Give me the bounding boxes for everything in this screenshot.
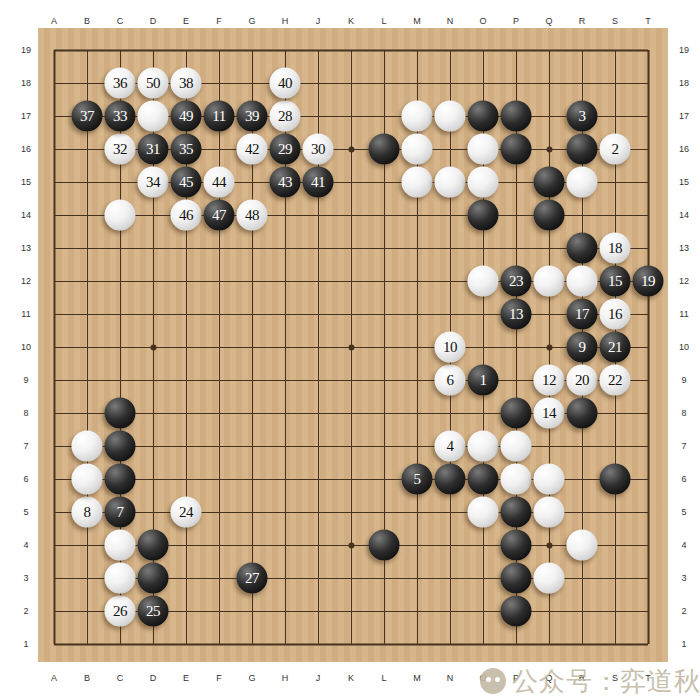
move-number: 37 xyxy=(80,109,94,124)
move-number: 39 xyxy=(245,109,259,124)
stone-black: 5 xyxy=(402,464,433,495)
coordinate-label: 1 xyxy=(23,640,28,649)
stone-white xyxy=(435,167,466,198)
stone-black xyxy=(534,200,565,231)
stone-white: 22 xyxy=(600,365,631,396)
coordinate-label: P xyxy=(513,674,519,683)
coordinate-label: 3 xyxy=(23,574,28,583)
stone-white: 16 xyxy=(600,299,631,330)
coordinate-label: R xyxy=(579,674,586,683)
move-number: 19 xyxy=(641,274,655,289)
move-number: 10 xyxy=(443,340,457,355)
coordinate-label: L xyxy=(381,17,386,26)
coordinate-label: 15 xyxy=(21,178,31,187)
coordinate-label: D xyxy=(150,674,157,683)
stone-white: 12 xyxy=(534,365,565,396)
stone-black: 1 xyxy=(468,365,499,396)
move-number: 47 xyxy=(212,208,226,223)
coordinate-label: 18 xyxy=(21,79,31,88)
stone-white xyxy=(468,266,499,297)
stone-black xyxy=(468,464,499,495)
move-number: 26 xyxy=(113,604,127,619)
coordinate-label: 14 xyxy=(21,211,31,220)
stone-white xyxy=(72,464,103,495)
coordinate-label: A xyxy=(51,674,57,683)
coordinate-label: N xyxy=(447,17,454,26)
stone-black: 49 xyxy=(171,101,202,132)
coordinate-label: J xyxy=(316,674,321,683)
stone-white xyxy=(534,266,565,297)
stone-black: 35 xyxy=(171,134,202,165)
coordinate-label: S xyxy=(612,674,618,683)
stone-white xyxy=(468,167,499,198)
move-number: 15 xyxy=(608,274,622,289)
stone-white: 26 xyxy=(105,596,136,627)
move-number: 4 xyxy=(447,439,454,454)
stone-white xyxy=(567,530,598,561)
stone-white xyxy=(402,167,433,198)
move-number: 45 xyxy=(179,175,193,190)
move-number: 28 xyxy=(278,109,292,124)
coordinate-label: G xyxy=(248,17,255,26)
coordinate-label: 3 xyxy=(681,574,686,583)
move-number: 2 xyxy=(612,142,619,157)
move-number: 7 xyxy=(117,505,124,520)
stone-white: 36 xyxy=(105,68,136,99)
coordinate-label: J xyxy=(316,17,321,26)
coordinate-label: 2 xyxy=(681,607,686,616)
stone-white xyxy=(534,464,565,495)
stone-white: 50 xyxy=(138,68,169,99)
stone-black xyxy=(534,167,565,198)
coordinate-label: 16 xyxy=(679,145,689,154)
stone-black xyxy=(138,530,169,561)
coordinate-label: Q xyxy=(545,674,552,683)
stone-white xyxy=(468,134,499,165)
coordinate-label: T xyxy=(645,674,651,683)
stone-black: 47 xyxy=(204,200,235,231)
move-number: 50 xyxy=(146,76,160,91)
coordinate-label: Q xyxy=(545,17,552,26)
coordinate-label: 16 xyxy=(21,145,31,154)
move-number: 42 xyxy=(245,142,259,157)
coordinate-label: G xyxy=(248,674,255,683)
coordinate-label: E xyxy=(183,674,189,683)
stone-white: 8 xyxy=(72,497,103,528)
coordinate-label: 12 xyxy=(21,277,31,286)
move-number: 46 xyxy=(179,208,193,223)
stone-white xyxy=(105,200,136,231)
stone-white: 10 xyxy=(435,332,466,363)
stone-black: 23 xyxy=(501,266,532,297)
coordinate-label: O xyxy=(479,17,486,26)
coordinate-label: K xyxy=(348,674,354,683)
stone-black: 11 xyxy=(204,101,235,132)
stone-black: 17 xyxy=(567,299,598,330)
coordinate-label: 19 xyxy=(21,46,31,55)
coordinate-label: A xyxy=(51,17,57,26)
stone-black: 21 xyxy=(600,332,631,363)
go-game-diagram: 1234567891011121314151617181920212223242… xyxy=(0,0,700,700)
stone-black xyxy=(501,101,532,132)
move-number: 22 xyxy=(608,373,622,388)
coordinate-label: 9 xyxy=(23,376,28,385)
stone-black: 37 xyxy=(72,101,103,132)
stone-black: 29 xyxy=(270,134,301,165)
move-number: 13 xyxy=(509,307,523,322)
coordinate-label: 13 xyxy=(21,244,31,253)
move-number: 8 xyxy=(84,505,91,520)
stone-white xyxy=(567,167,598,198)
coordinate-label: H xyxy=(282,17,289,26)
move-number: 5 xyxy=(414,472,421,487)
move-number: 3 xyxy=(579,109,586,124)
stone-white: 44 xyxy=(204,167,235,198)
stone-white xyxy=(501,431,532,462)
move-number: 14 xyxy=(542,406,556,421)
coordinate-label: 6 xyxy=(681,475,686,484)
stone-black xyxy=(600,464,631,495)
stone-black xyxy=(105,398,136,429)
coordinate-label: 4 xyxy=(681,541,686,550)
move-number: 43 xyxy=(278,175,292,190)
coordinate-label: 6 xyxy=(23,475,28,484)
coordinate-label: 5 xyxy=(23,508,28,517)
coordinate-label: 2 xyxy=(23,607,28,616)
stone-black xyxy=(501,563,532,594)
coordinate-label: 13 xyxy=(679,244,689,253)
move-number: 17 xyxy=(575,307,589,322)
move-number: 23 xyxy=(509,274,523,289)
stone-black: 43 xyxy=(270,167,301,198)
coordinate-label: 10 xyxy=(21,343,31,352)
coordinate-label: T xyxy=(645,17,651,26)
stone-black: 41 xyxy=(303,167,334,198)
stone-white xyxy=(105,530,136,561)
coordinate-label: C xyxy=(117,674,124,683)
move-number: 18 xyxy=(608,241,622,256)
stone-white xyxy=(105,563,136,594)
move-number: 48 xyxy=(245,208,259,223)
stone-black: 31 xyxy=(138,134,169,165)
move-number: 25 xyxy=(146,604,160,619)
coordinate-label: 8 xyxy=(681,409,686,418)
stone-black xyxy=(501,134,532,165)
stone-white: 20 xyxy=(567,365,598,396)
coordinate-label: K xyxy=(348,17,354,26)
stone-black xyxy=(468,101,499,132)
coordinate-label: 14 xyxy=(679,211,689,220)
stone-white: 18 xyxy=(600,233,631,264)
coordinate-label: O xyxy=(479,674,486,683)
stone-black xyxy=(138,563,169,594)
coordinate-label: N xyxy=(447,674,454,683)
coordinate-label: 17 xyxy=(679,112,689,121)
stone-white xyxy=(138,101,169,132)
coordinate-label: M xyxy=(413,674,421,683)
coordinate-label: 8 xyxy=(23,409,28,418)
move-number: 11 xyxy=(212,109,225,124)
stone-white xyxy=(402,134,433,165)
go-board: 1234567891011121314151617181920212223242… xyxy=(38,28,668,662)
coordinate-label: C xyxy=(117,17,124,26)
stone-white: 24 xyxy=(171,497,202,528)
stone-white: 42 xyxy=(237,134,268,165)
stone-white: 6 xyxy=(435,365,466,396)
move-number: 16 xyxy=(608,307,622,322)
move-number: 6 xyxy=(447,373,454,388)
coordinate-label: 5 xyxy=(681,508,686,517)
move-number: 49 xyxy=(179,109,193,124)
stone-white: 30 xyxy=(303,134,334,165)
coordinate-label: 4 xyxy=(23,541,28,550)
coordinate-label: B xyxy=(84,17,90,26)
stone-black: 7 xyxy=(105,497,136,528)
stone-white: 28 xyxy=(270,101,301,132)
stone-black xyxy=(369,530,400,561)
stone-black: 33 xyxy=(105,101,136,132)
coordinate-label: 18 xyxy=(679,79,689,88)
coordinate-label: B xyxy=(84,674,90,683)
stone-white xyxy=(72,431,103,462)
move-number: 38 xyxy=(179,76,193,91)
coordinate-label: E xyxy=(183,17,189,26)
stone-black: 39 xyxy=(237,101,268,132)
watermark-text: 公众号：弈道秋声 xyxy=(512,664,700,699)
stone-white xyxy=(468,497,499,528)
stone-black xyxy=(501,497,532,528)
move-number: 35 xyxy=(179,142,193,157)
move-number: 27 xyxy=(245,571,259,586)
stone-white: 38 xyxy=(171,68,202,99)
coordinate-label: F xyxy=(216,674,222,683)
move-number: 29 xyxy=(278,142,292,157)
stone-black xyxy=(567,233,598,264)
stone-black xyxy=(501,398,532,429)
stone-white: 34 xyxy=(138,167,169,198)
move-number: 33 xyxy=(113,109,127,124)
coordinate-label: M xyxy=(413,17,421,26)
move-number: 44 xyxy=(212,175,226,190)
move-number: 1 xyxy=(480,373,487,388)
move-number: 32 xyxy=(113,142,127,157)
stone-white xyxy=(501,464,532,495)
coordinate-label: 17 xyxy=(21,112,31,121)
stone-black xyxy=(369,134,400,165)
stone-black xyxy=(435,464,466,495)
coordinate-label: 10 xyxy=(679,343,689,352)
coordinate-label: P xyxy=(513,17,519,26)
coordinate-label: H xyxy=(282,674,289,683)
stone-black: 15 xyxy=(600,266,631,297)
stone-black: 19 xyxy=(633,266,664,297)
move-number: 34 xyxy=(146,175,160,190)
coordinate-label: 7 xyxy=(681,442,686,451)
stone-black: 27 xyxy=(237,563,268,594)
coordinate-label: 19 xyxy=(679,46,689,55)
move-number: 24 xyxy=(179,505,193,520)
stone-black: 9 xyxy=(567,332,598,363)
move-number: 40 xyxy=(278,76,292,91)
coordinate-label: 12 xyxy=(679,277,689,286)
stone-white: 32 xyxy=(105,134,136,165)
move-number: 30 xyxy=(311,142,325,157)
coordinate-label: 9 xyxy=(681,376,686,385)
stone-white: 46 xyxy=(171,200,202,231)
coordinate-label: S xyxy=(612,17,618,26)
move-number: 21 xyxy=(608,340,622,355)
stone-white: 4 xyxy=(435,431,466,462)
stone-black xyxy=(105,464,136,495)
stone-white xyxy=(534,497,565,528)
move-number: 20 xyxy=(575,373,589,388)
stone-white xyxy=(402,101,433,132)
coordinate-label: 7 xyxy=(23,442,28,451)
coordinate-label: D xyxy=(150,17,157,26)
coordinate-label: 15 xyxy=(679,178,689,187)
move-number: 12 xyxy=(542,373,556,388)
stone-black xyxy=(567,398,598,429)
coordinate-label: 1 xyxy=(681,640,686,649)
stone-black xyxy=(468,200,499,231)
coordinate-label: 11 xyxy=(21,310,30,319)
coordinate-label: 11 xyxy=(679,310,688,319)
stone-black: 25 xyxy=(138,596,169,627)
stone-black: 3 xyxy=(567,101,598,132)
stone-black: 45 xyxy=(171,167,202,198)
coordinate-label: R xyxy=(579,17,586,26)
coordinate-label: L xyxy=(381,674,386,683)
stone-white xyxy=(468,431,499,462)
stone-white xyxy=(567,266,598,297)
stone-black xyxy=(567,134,598,165)
stone-white xyxy=(534,563,565,594)
stone-white: 14 xyxy=(534,398,565,429)
move-number: 31 xyxy=(146,142,160,157)
stone-white: 48 xyxy=(237,200,268,231)
stone-black xyxy=(501,530,532,561)
move-number: 36 xyxy=(113,76,127,91)
stone-black: 13 xyxy=(501,299,532,330)
coordinate-label: F xyxy=(216,17,222,26)
move-number: 9 xyxy=(579,340,586,355)
stone-black xyxy=(105,431,136,462)
stone-black xyxy=(501,596,532,627)
move-number: 41 xyxy=(311,175,325,190)
stone-white xyxy=(435,101,466,132)
stone-white: 2 xyxy=(600,134,631,165)
stone-white: 40 xyxy=(270,68,301,99)
